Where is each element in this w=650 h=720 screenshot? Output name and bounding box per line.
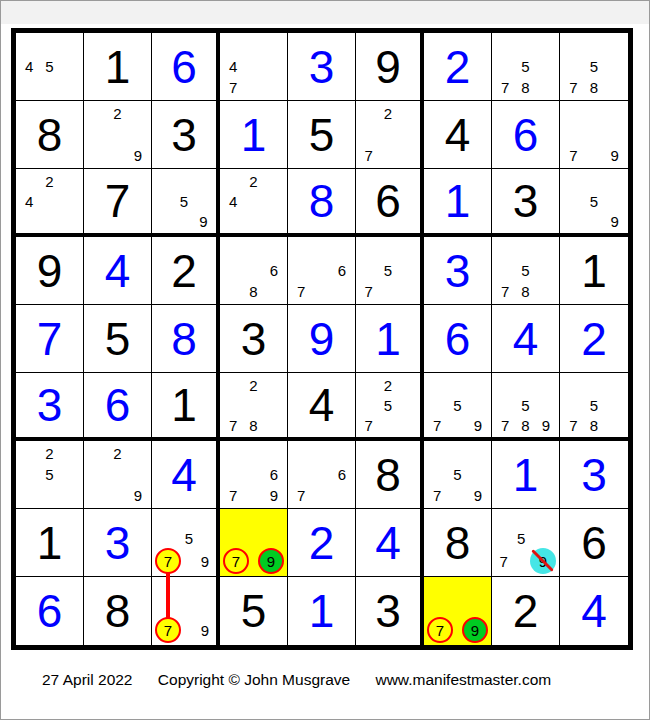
cell-value: 3 <box>581 452 607 498</box>
cell-r9c6[interactable]: 3 <box>356 577 424 645</box>
cell-r7c2[interactable]: 29 <box>84 441 152 509</box>
candidate: 8 <box>515 417 535 434</box>
cell-r8c6[interactable]: 4 <box>356 509 424 577</box>
cell-r4c3[interactable]: 2 <box>152 237 220 305</box>
cell-r7c8[interactable]: 1 <box>492 441 560 509</box>
cell-r9c3[interactable]: 79 <box>152 577 220 645</box>
cell-r3c3[interactable]: 59 <box>152 169 220 237</box>
candidate: 7 <box>495 417 515 434</box>
cell-r1c3[interactable]: 6 <box>152 33 220 101</box>
cell-r9c7[interactable]: 79 <box>424 577 492 645</box>
candidate: 4 <box>19 193 39 210</box>
candidate: 4 <box>223 58 243 75</box>
cell-r9c8[interactable]: 2 <box>492 577 560 645</box>
cell-value: 1 <box>105 44 131 90</box>
cell-r9c4[interactable]: 5 <box>220 577 288 645</box>
footer-copyright: Copyright © John Musgrave <box>158 671 350 688</box>
cell-r3c9[interactable]: 59 <box>560 169 628 237</box>
candidate: 7 <box>223 417 243 434</box>
cell-value: 3 <box>171 112 197 158</box>
candidate: 5 <box>584 397 605 414</box>
candidate: 6 <box>264 466 284 483</box>
candidate: 9 <box>264 487 284 504</box>
cell-value: 4 <box>105 248 131 294</box>
candidate: 5 <box>174 193 193 210</box>
candidate: 7 <box>495 79 515 96</box>
cell-r1c6[interactable]: 9 <box>356 33 424 101</box>
candidate: 8 <box>584 417 605 434</box>
cell-value: 2 <box>513 588 539 634</box>
cell-r1c1[interactable]: 45 <box>16 33 84 101</box>
cell-r6c8[interactable]: 5789 <box>492 373 560 441</box>
red-circle-candidate: 7 <box>223 548 249 574</box>
cell-value: 2 <box>309 520 335 566</box>
candidate: 9 <box>468 487 488 504</box>
candidate: 5 <box>181 530 197 547</box>
cell-r3c5[interactable]: 8 <box>288 169 356 237</box>
cell-r4c5[interactable]: 67 <box>288 237 356 305</box>
cell-r4c2[interactable]: 4 <box>84 237 152 305</box>
candidate: 2 <box>39 173 59 190</box>
candidate: 5 <box>378 262 397 279</box>
candidate: 9 <box>128 147 148 164</box>
candidate: 7 <box>359 417 378 434</box>
cell-r7c1[interactable]: 25 <box>16 441 84 509</box>
candidate: 5 <box>39 466 59 483</box>
candidate: 8 <box>243 283 263 300</box>
cell-r2c3[interactable]: 3 <box>152 101 220 169</box>
cell-value: 2 <box>581 316 607 362</box>
cell-value: 8 <box>375 452 401 498</box>
cell-r5c7[interactable]: 6 <box>424 305 492 373</box>
candidate: 6 <box>332 262 352 279</box>
candidate: 9 <box>128 487 148 504</box>
cell-r5c4[interactable]: 3 <box>220 305 288 373</box>
candidate: 5 <box>515 262 535 279</box>
cell-r8c1[interactable]: 1 <box>16 509 84 577</box>
cell-value: 2 <box>445 44 471 90</box>
cell-r8c5[interactable]: 2 <box>288 509 356 577</box>
cell-r1c2[interactable]: 1 <box>84 33 152 101</box>
cell-r2c2[interactable]: 29 <box>84 101 152 169</box>
red-circle-candidate: 7 <box>155 548 181 574</box>
cell-r4c6[interactable]: 57 <box>356 237 424 305</box>
cell-r3c4[interactable]: 24 <box>220 169 288 237</box>
cell-value: 5 <box>309 112 335 158</box>
candidate: 2 <box>243 173 263 190</box>
candidate: 5 <box>513 530 531 547</box>
candidate: 7 <box>427 487 447 504</box>
cell-r7c3[interactable]: 4 <box>152 441 220 509</box>
cell-r4c1[interactable]: 9 <box>16 237 84 305</box>
cell-value: 8 <box>37 112 63 158</box>
sudoku-board: 4516473925785788293152746792475924861359… <box>11 28 633 650</box>
cell-r9c2[interactable]: 8 <box>84 577 152 645</box>
cell-r7c7[interactable]: 579 <box>424 441 492 509</box>
cell-value: 4 <box>513 316 539 362</box>
cell-value: 9 <box>37 248 63 294</box>
cell-r9c1[interactable]: 6 <box>16 577 84 645</box>
cell-value: 1 <box>513 452 539 498</box>
cell-r6c4[interactable]: 278 <box>220 373 288 441</box>
cell-r3c1[interactable]: 24 <box>16 169 84 237</box>
candidate: 7 <box>427 417 447 434</box>
cell-value: 5 <box>105 316 131 362</box>
cell-r6c3[interactable]: 1 <box>152 373 220 441</box>
candidate: 7 <box>495 553 513 570</box>
cell-r2c4[interactable]: 1 <box>220 101 288 169</box>
cell-value: 6 <box>581 520 607 566</box>
cell-r2c6[interactable]: 27 <box>356 101 424 169</box>
cell-r1c5[interactable]: 3 <box>288 33 356 101</box>
cell-value: 3 <box>375 588 401 634</box>
candidate: 7 <box>563 147 584 164</box>
candidate: 9 <box>197 622 213 639</box>
candidate: 2 <box>243 377 263 394</box>
candidate: 2 <box>107 105 127 122</box>
cell-value: 6 <box>105 382 131 428</box>
red-circle-candidate: 7 <box>155 617 181 643</box>
candidate: 9 <box>468 417 488 434</box>
candidate: 5 <box>515 58 535 75</box>
cell-r3c8[interactable]: 3 <box>492 169 560 237</box>
cell-r4c4[interactable]: 68 <box>220 237 288 305</box>
cell-r7c5[interactable]: 67 <box>288 441 356 509</box>
cell-r3c2[interactable]: 7 <box>84 169 152 237</box>
cell-value: 2 <box>171 248 197 294</box>
candidate: 2 <box>39 445 59 462</box>
red-circle-candidate: 7 <box>427 617 453 643</box>
candidate: 5 <box>378 397 397 414</box>
candidate: 2 <box>378 377 397 394</box>
candidate: 7 <box>563 79 584 96</box>
candidate: 5 <box>584 58 605 75</box>
cyan-slash-candidate: 9 <box>530 548 556 574</box>
candidate: 4 <box>19 58 39 75</box>
candidate: 7 <box>291 487 311 504</box>
candidate: 8 <box>515 283 535 300</box>
cell-r4c9[interactable]: 1 <box>560 237 628 305</box>
candidate: 7 <box>223 487 243 504</box>
cell-value: 7 <box>37 316 63 362</box>
cell-value: 1 <box>375 316 401 362</box>
candidate: 2 <box>107 445 127 462</box>
cell-value: 3 <box>37 382 63 428</box>
cell-r2c8[interactable]: 6 <box>492 101 560 169</box>
candidate: 5 <box>584 193 605 210</box>
candidate: 7 <box>359 147 378 164</box>
green-circle-candidate: 9 <box>462 617 488 643</box>
cell-r7c4[interactable]: 679 <box>220 441 288 509</box>
candidate: 5 <box>447 466 467 483</box>
cell-value: 7 <box>105 178 131 224</box>
candidate: 9 <box>604 147 625 164</box>
candidate: 7 <box>359 283 378 300</box>
cell-value: 4 <box>309 382 335 428</box>
candidate: 9 <box>197 553 213 570</box>
cell-r3c6[interactable]: 6 <box>356 169 424 237</box>
cell-r5c6[interactable]: 1 <box>356 305 424 373</box>
candidate: 5 <box>515 397 535 414</box>
cell-value: 4 <box>581 588 607 634</box>
cell-r9c5[interactable]: 1 <box>288 577 356 645</box>
candidate: 7 <box>223 79 243 96</box>
cell-value: 8 <box>105 588 131 634</box>
cell-r8c7[interactable]: 8 <box>424 509 492 577</box>
candidate: 5 <box>39 58 59 75</box>
cell-r5c5[interactable]: 9 <box>288 305 356 373</box>
cell-r5c2[interactable]: 5 <box>84 305 152 373</box>
cell-value: 6 <box>375 178 401 224</box>
cell-r9c9[interactable]: 4 <box>560 577 628 645</box>
cell-r7c9[interactable]: 3 <box>560 441 628 509</box>
cell-value: 4 <box>375 520 401 566</box>
cell-r1c7[interactable]: 2 <box>424 33 492 101</box>
cell-value: 3 <box>105 520 131 566</box>
cell-value: 6 <box>171 44 197 90</box>
candidate: 4 <box>223 193 243 210</box>
candidate: 9 <box>604 213 625 230</box>
cell-r2c7[interactable]: 4 <box>424 101 492 169</box>
cell-r8c3[interactable]: 579 <box>152 509 220 577</box>
footer-website: www.manifestmaster.com <box>375 671 551 688</box>
cell-value: 9 <box>375 44 401 90</box>
cell-r1c4[interactable]: 47 <box>220 33 288 101</box>
footer: 27 April 2022 Copyright © John Musgrave … <box>0 666 650 694</box>
cell-r5c8[interactable]: 4 <box>492 305 560 373</box>
red-slash-icon <box>531 549 554 572</box>
candidate: 8 <box>243 417 263 434</box>
cell-r4c8[interactable]: 578 <box>492 237 560 305</box>
cell-value: 9 <box>309 316 335 362</box>
cell-r4c7[interactable]: 3 <box>424 237 492 305</box>
candidate: 5 <box>447 397 467 414</box>
cell-value: 6 <box>513 112 539 158</box>
footer-date: 27 April 2022 <box>42 671 133 688</box>
cell-value: 3 <box>513 178 539 224</box>
cell-r2c9[interactable]: 79 <box>560 101 628 169</box>
candidate: 7 <box>495 283 515 300</box>
candidate: 8 <box>584 79 605 96</box>
cell-value: 1 <box>241 112 267 158</box>
cell-value: 1 <box>581 248 607 294</box>
cell-r3c7[interactable]: 1 <box>424 169 492 237</box>
cell-value: 8 <box>445 520 471 566</box>
cell-value: 8 <box>171 316 197 362</box>
cell-value: 4 <box>445 112 471 158</box>
cell-r1c8[interactable]: 578 <box>492 33 560 101</box>
cell-value: 6 <box>37 588 63 634</box>
candidate: 7 <box>291 283 311 300</box>
cell-r5c1[interactable]: 7 <box>16 305 84 373</box>
cell-value: 1 <box>309 588 335 634</box>
candidate: 6 <box>264 262 284 279</box>
cell-value: 3 <box>309 44 335 90</box>
cell-value: 4 <box>171 452 197 498</box>
cell-r5c9[interactable]: 2 <box>560 305 628 373</box>
cell-r6c5[interactable]: 4 <box>288 373 356 441</box>
cell-r2c5[interactable]: 5 <box>288 101 356 169</box>
cell-r8c4[interactable]: 79 <box>220 509 288 577</box>
candidate: 7 <box>563 417 584 434</box>
candidate: 6 <box>332 466 352 483</box>
cell-r5c3[interactable]: 8 <box>152 305 220 373</box>
cell-r6c6[interactable]: 257 <box>356 373 424 441</box>
cell-r2c1[interactable]: 8 <box>16 101 84 169</box>
cell-value: 1 <box>37 520 63 566</box>
cell-value: 8 <box>309 178 335 224</box>
cell-value: 1 <box>171 382 197 428</box>
cell-r8c9[interactable]: 6 <box>560 509 628 577</box>
cell-r1c9[interactable]: 578 <box>560 33 628 101</box>
green-circle-candidate: 9 <box>258 548 284 574</box>
cell-value: 6 <box>445 316 471 362</box>
candidate: 9 <box>536 417 556 434</box>
cell-r7c6[interactable]: 8 <box>356 441 424 509</box>
cell-value: 3 <box>241 316 267 362</box>
cell-r6c1[interactable]: 3 <box>16 373 84 441</box>
cell-r6c9[interactable]: 578 <box>560 373 628 441</box>
cell-value: 5 <box>241 588 267 634</box>
candidate: 9 <box>194 213 213 230</box>
cell-r8c8[interactable]: 579 <box>492 509 560 577</box>
cell-r6c2[interactable]: 6 <box>84 373 152 441</box>
cell-value: 1 <box>445 178 471 224</box>
cell-r6c7[interactable]: 579 <box>424 373 492 441</box>
cell-value: 3 <box>445 248 471 294</box>
candidate: 8 <box>515 79 535 96</box>
cell-r8c2[interactable]: 3 <box>84 509 152 577</box>
top-bar <box>0 0 650 24</box>
candidate: 2 <box>378 105 397 122</box>
